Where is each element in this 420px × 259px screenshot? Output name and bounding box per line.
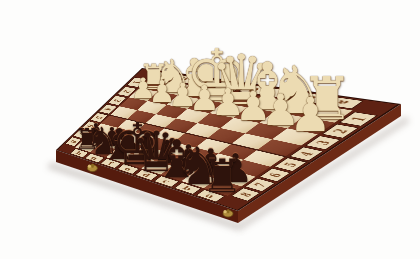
piece-black-rook-a8[interactable]: ♜ <box>199 153 245 199</box>
piece-white-pawn-a2[interactable]: ♟ <box>287 91 334 138</box>
chess-set-photo: hh11gg22ff33ee44dd55cc66bb77aa88 ♜♞♝♚♛♝♞… <box>0 0 420 259</box>
pieces-layer: ♜♞♝♚♛♝♞♜♟♟♟♟♟♟♟♟♟♟♟♟♟♟♟♟♜♞♝♚♛♝♞♜ <box>0 0 420 259</box>
